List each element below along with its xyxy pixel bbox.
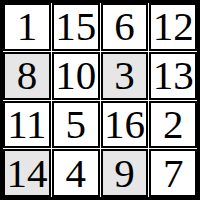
cell-r3c4: 2 — [149, 101, 197, 149]
cell-r3c1: 11 — [3, 101, 51, 149]
cell-r4c2: 4 — [52, 149, 100, 197]
cell-r4c3: 9 — [101, 149, 149, 197]
cell-r1c4: 12 — [149, 3, 197, 51]
cell-r4c1: 14 — [3, 149, 51, 197]
cell-r2c4: 13 — [149, 52, 197, 100]
cell-r2c2: 10 — [52, 52, 100, 100]
cell-r3c3: 16 — [101, 101, 149, 149]
cell-r1c2: 15 — [52, 3, 100, 51]
cell-r4c4: 7 — [149, 149, 197, 197]
cell-r1c3: 6 — [101, 3, 149, 51]
cell-r2c3: 3 — [101, 52, 149, 100]
cell-r3c2: 5 — [52, 101, 100, 149]
magic-square-board: 11561281031311516214497 — [0, 0, 200, 200]
cell-r1c1: 1 — [3, 3, 51, 51]
cell-r2c1: 8 — [3, 52, 51, 100]
